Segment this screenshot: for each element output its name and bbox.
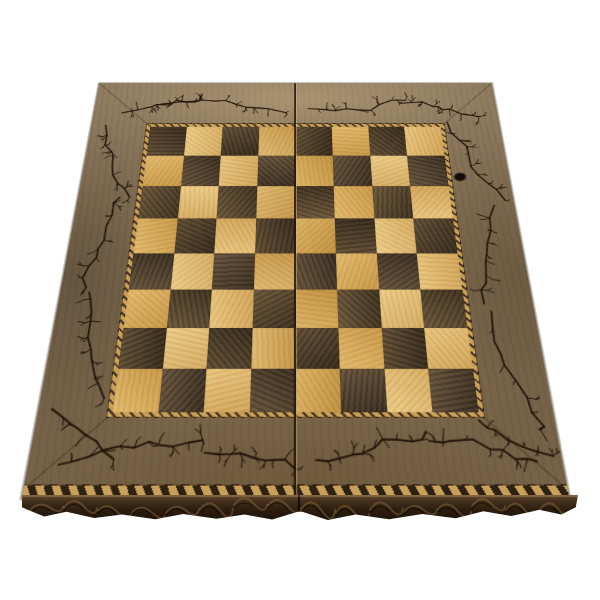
- square-r7c7-dark[interactable]: [381, 328, 428, 369]
- square-r5c6-light[interactable]: [336, 253, 379, 289]
- square-r1c6-light[interactable]: [332, 127, 370, 156]
- square-r1c7-dark[interactable]: [368, 127, 407, 156]
- square-r1c8-light[interactable]: [404, 127, 444, 156]
- square-r6c8-dark[interactable]: [421, 289, 468, 327]
- square-r1c4-light[interactable]: [258, 127, 295, 156]
- square-r2c2-dark[interactable]: [181, 156, 221, 187]
- square-r2c1-light[interactable]: [142, 156, 183, 187]
- carved-front-face: [22, 495, 578, 522]
- square-r3c5-dark[interactable]: [296, 186, 335, 218]
- square-r8c8-dark[interactable]: [429, 369, 479, 413]
- square-r2c4-dark[interactable]: [257, 156, 295, 187]
- square-r3c6-light[interactable]: [334, 186, 374, 218]
- square-r5c8-light[interactable]: [417, 253, 462, 289]
- square-r4c6-dark[interactable]: [335, 219, 377, 253]
- square-r8c7-light[interactable]: [384, 369, 433, 413]
- square-r8c6-dark[interactable]: [340, 369, 387, 413]
- square-r3c3-dark[interactable]: [217, 186, 257, 218]
- square-r4c8-dark[interactable]: [414, 219, 458, 253]
- square-r4c7-light[interactable]: [374, 219, 417, 253]
- square-r2c5-light[interactable]: [296, 156, 334, 187]
- square-r1c5-dark[interactable]: [296, 127, 333, 156]
- square-r4c3-light[interactable]: [214, 219, 256, 253]
- carving-relief-icon: [22, 495, 578, 522]
- square-r3c1-dark[interactable]: [138, 186, 181, 218]
- square-r7c8-light[interactable]: [424, 328, 472, 369]
- square-r7c1-dark[interactable]: [118, 328, 166, 369]
- square-r8c4-dark[interactable]: [250, 369, 296, 413]
- square-r8c5-light[interactable]: [296, 369, 342, 413]
- square-r5c5-dark[interactable]: [296, 253, 338, 289]
- board-top-surface: [22, 83, 569, 498]
- square-r4c5-light[interactable]: [296, 219, 337, 253]
- square-r1c1-dark[interactable]: [146, 127, 186, 156]
- square-r6c2-dark[interactable]: [167, 289, 213, 327]
- square-r3c2-light[interactable]: [177, 186, 219, 218]
- square-r6c6-dark[interactable]: [337, 289, 381, 327]
- square-r7c2-light[interactable]: [162, 328, 209, 369]
- square-r6c1-light[interactable]: [124, 289, 171, 327]
- photo-background: [0, 0, 600, 600]
- square-r7c6-light[interactable]: [338, 328, 384, 369]
- square-r5c4-light[interactable]: [254, 253, 296, 289]
- square-r7c5-dark[interactable]: [296, 328, 340, 369]
- square-r2c8-dark[interactable]: [407, 156, 448, 187]
- square-r5c1-dark[interactable]: [129, 253, 174, 289]
- square-r6c5-light[interactable]: [296, 289, 339, 327]
- square-r2c7-light[interactable]: [370, 156, 410, 187]
- square-r7c3-dark[interactable]: [207, 328, 253, 369]
- square-r8c1-light[interactable]: [112, 369, 162, 413]
- square-r4c1-light[interactable]: [133, 219, 177, 253]
- square-r2c3-light[interactable]: [219, 156, 258, 187]
- square-r8c2-dark[interactable]: [158, 369, 207, 413]
- square-r2c6-dark[interactable]: [333, 156, 372, 187]
- square-r5c2-light[interactable]: [170, 253, 214, 289]
- square-r5c3-dark[interactable]: [212, 253, 255, 289]
- square-r3c4-light[interactable]: [256, 186, 295, 218]
- square-r4c2-dark[interactable]: [174, 219, 217, 253]
- square-r1c3-dark[interactable]: [221, 127, 259, 156]
- square-r7c4-light[interactable]: [251, 328, 295, 369]
- square-r6c4-dark[interactable]: [253, 289, 296, 327]
- square-r8c3-light[interactable]: [204, 369, 251, 413]
- square-r6c3-light[interactable]: [210, 289, 254, 327]
- board-fold-seam: [293, 83, 297, 498]
- square-r1c2-light[interactable]: [184, 127, 223, 156]
- square-r4c4-dark[interactable]: [255, 219, 296, 253]
- square-r3c7-dark[interactable]: [372, 186, 414, 218]
- square-r3c8-light[interactable]: [410, 186, 453, 218]
- square-r5c7-dark[interactable]: [377, 253, 421, 289]
- square-r6c7-light[interactable]: [379, 289, 425, 327]
- chess-board: [67, 28, 524, 485]
